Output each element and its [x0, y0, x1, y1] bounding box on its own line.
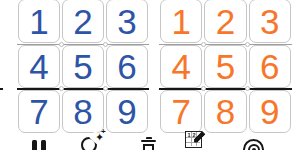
- numpad-cell-6[interactable]: 6: [249, 45, 291, 88]
- sudoku-duel-screen: 123456789 123456789 ✦ + 1 2: [0, 0, 307, 150]
- numpad-cell-2[interactable]: 2: [204, 0, 246, 43]
- new-game-sparkle-icon[interactable]: ✦ +: [81, 132, 107, 150]
- target-rings-icon[interactable]: [243, 139, 264, 150]
- cell-junction-dot: [103, 86, 108, 91]
- plus-glyph: +: [101, 128, 106, 136]
- numpad-right: 123456789: [160, 0, 291, 133]
- numpad-cell-7[interactable]: 7: [160, 90, 202, 133]
- numpad-cell-9[interactable]: 9: [249, 90, 291, 133]
- erase-trash-icon[interactable]: [141, 137, 156, 150]
- numpad-cell-9[interactable]: 9: [106, 90, 148, 133]
- cell-junction-dot: [245, 42, 250, 47]
- numpad-cell-8[interactable]: 8: [62, 90, 104, 133]
- cell-junction-dot: [59, 86, 64, 91]
- cropped-left-pad-divider-fragment: [0, 88, 3, 90]
- cell-junction-dot: [245, 86, 250, 91]
- numpad-cell-5[interactable]: 5: [62, 45, 104, 88]
- numpad-cell-4[interactable]: 4: [18, 45, 60, 88]
- cell-junction-dot: [201, 86, 206, 91]
- notes-number-2: 2: [193, 133, 196, 139]
- cell-junction-dot: [103, 42, 108, 47]
- numpad-cell-8[interactable]: 8: [204, 90, 246, 133]
- cell-junction-dot: [201, 42, 206, 47]
- trash-body: [143, 144, 154, 150]
- numpad-cell-3[interactable]: 3: [249, 0, 291, 43]
- numpad-left: 123456789: [18, 0, 148, 133]
- numpad-cell-7[interactable]: 7: [18, 90, 60, 133]
- numpad-cell-4[interactable]: 4: [160, 45, 202, 88]
- numpad-cell-6[interactable]: 6: [106, 45, 148, 88]
- pause-bar-right: [41, 140, 46, 150]
- notes-pencil-icon[interactable]: 1 2: [185, 131, 209, 150]
- pause-bar-left: [32, 140, 37, 150]
- trash-handle: [146, 137, 152, 139]
- numpad-cell-2[interactable]: 2: [62, 0, 104, 43]
- numpad-cell-1[interactable]: 1: [18, 0, 60, 43]
- notes-number-1: 1: [188, 133, 191, 139]
- numpad-cell-5[interactable]: 5: [204, 45, 246, 88]
- numpad-cell-3[interactable]: 3: [106, 0, 148, 43]
- cell-junction-dot: [59, 42, 64, 47]
- trash-lid: [141, 140, 156, 143]
- numpad-cell-1[interactable]: 1: [160, 0, 202, 43]
- pause-icon[interactable]: [32, 140, 46, 150]
